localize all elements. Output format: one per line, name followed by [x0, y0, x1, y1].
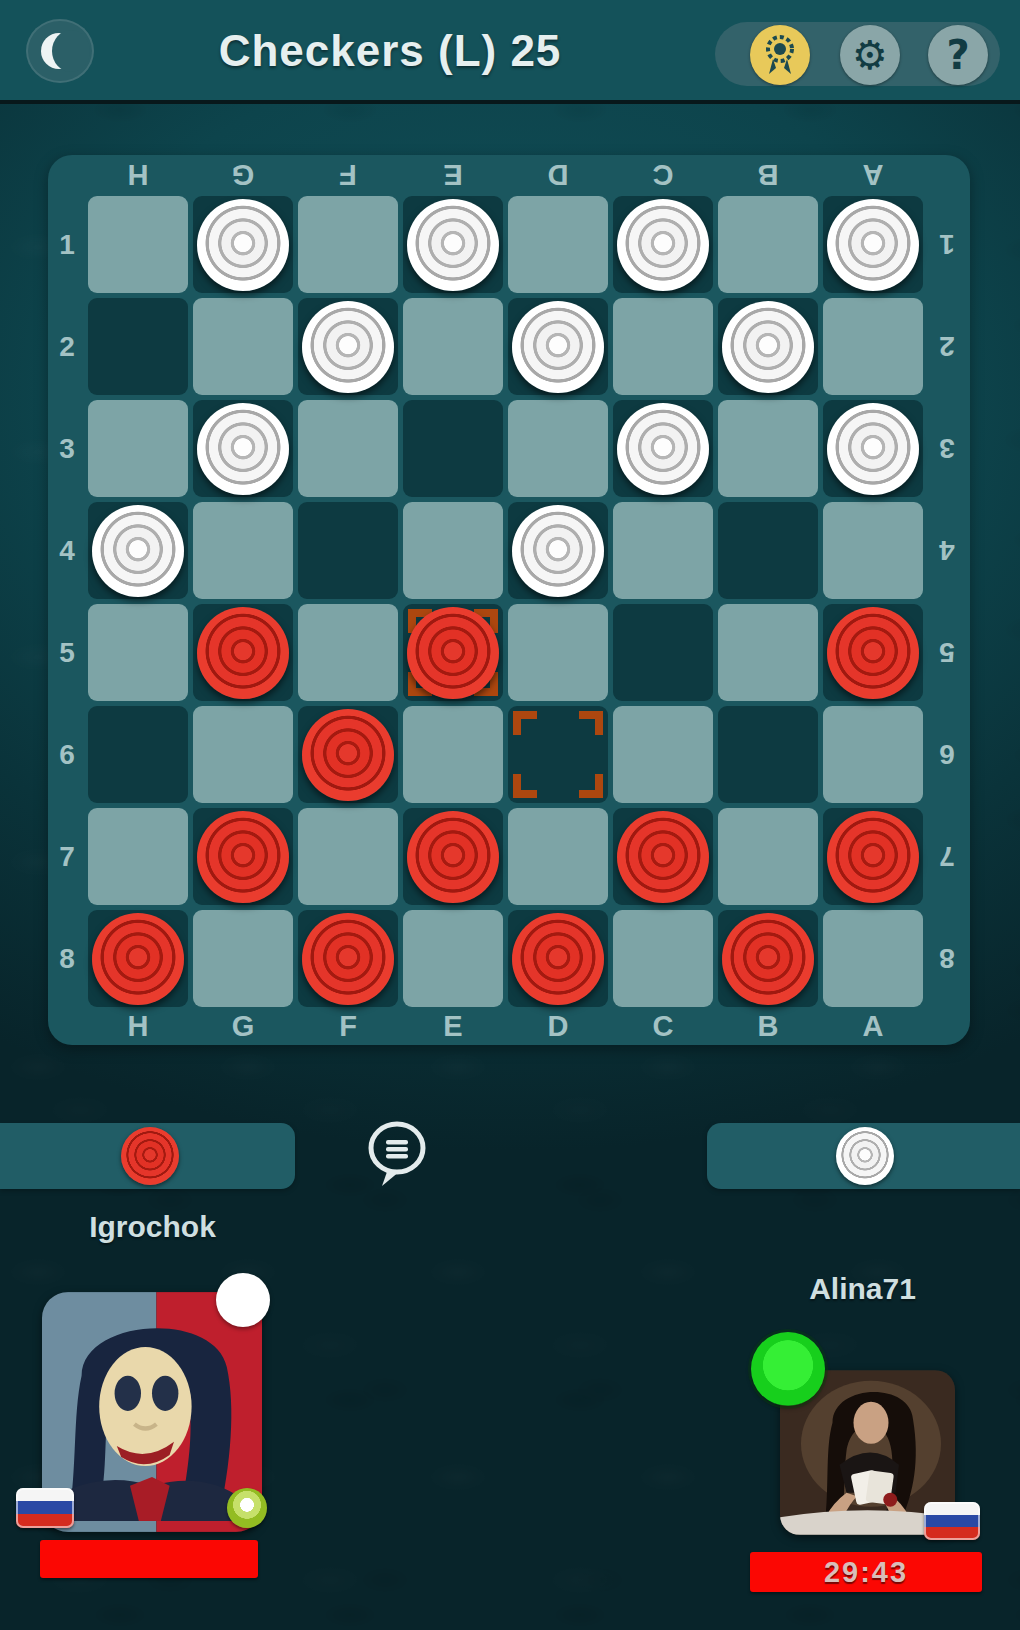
cell-F5[interactable]	[298, 604, 398, 701]
cell-G4[interactable]	[193, 502, 293, 599]
red-checker-D8[interactable]	[512, 913, 604, 1005]
label-top-A: A	[823, 157, 923, 195]
cell-C4[interactable]	[613, 502, 713, 599]
label-bottom-B: B	[718, 1009, 818, 1045]
red-checker-A5[interactable]	[827, 607, 919, 699]
label-left-4: 4	[48, 502, 86, 599]
cell-B6[interactable]	[718, 706, 818, 803]
label-left-7: 7	[48, 808, 86, 905]
achievements-button[interactable]	[750, 25, 810, 85]
cell-B4[interactable]	[718, 502, 818, 599]
cell-A2[interactable]	[823, 298, 923, 395]
cell-F8[interactable]	[298, 910, 398, 1007]
red-checker-F6[interactable]	[302, 709, 394, 801]
cell-F7[interactable]	[298, 808, 398, 905]
cell-H5[interactable]	[88, 604, 188, 701]
white-checker-G1[interactable]	[197, 199, 289, 291]
cell-G5[interactable]	[193, 604, 293, 701]
white-checker-C1[interactable]	[617, 199, 709, 291]
cell-G8[interactable]	[193, 910, 293, 1007]
label-left-2: 2	[48, 298, 86, 395]
white-checker-F2[interactable]	[302, 301, 394, 393]
cell-B7[interactable]	[718, 808, 818, 905]
right-player-strip	[707, 1123, 1020, 1189]
checkers-app: Checkers (L) 25 ⚙ ? HGFEDCBA HGFEDCBA 12…	[0, 0, 1020, 1630]
cell-A7[interactable]	[823, 808, 923, 905]
page-title: Checkers (L) 25	[150, 26, 630, 76]
cell-D6[interactable]	[508, 706, 608, 803]
white-checker-D2[interactable]	[512, 301, 604, 393]
red-checker-E5[interactable]	[407, 607, 499, 699]
label-right-8: 8	[928, 910, 966, 1007]
cell-C5[interactable]	[613, 604, 713, 701]
red-checker-A7[interactable]	[827, 811, 919, 903]
settings-button[interactable]: ⚙	[840, 25, 900, 85]
cell-H8[interactable]	[88, 910, 188, 1007]
white-checker-H4[interactable]	[92, 505, 184, 597]
label-bottom-F: F	[298, 1009, 398, 1045]
label-left-1: 1	[48, 196, 86, 293]
chat-button[interactable]	[360, 1116, 434, 1192]
cell-H6[interactable]	[88, 706, 188, 803]
question-mark-icon: ?	[946, 35, 969, 75]
cell-B2[interactable]	[718, 298, 818, 395]
cell-A5[interactable]	[823, 604, 923, 701]
white-checker-D4[interactable]	[512, 505, 604, 597]
cell-E6[interactable]	[403, 706, 503, 803]
label-top-D: D	[508, 157, 608, 195]
right-player-timer-bar: 29:43	[750, 1552, 982, 1592]
red-checker-H8[interactable]	[92, 913, 184, 1005]
label-top-G: G	[193, 157, 293, 195]
label-right-6: 6	[928, 706, 966, 803]
label-top-F: F	[298, 157, 398, 195]
cell-H7[interactable]	[88, 808, 188, 905]
top-bar: Checkers (L) 25 ⚙ ?	[0, 0, 1020, 100]
red-checker-B8[interactable]	[722, 913, 814, 1005]
cell-B3[interactable]	[718, 400, 818, 497]
cell-D7[interactable]	[508, 808, 608, 905]
label-left-3: 3	[48, 400, 86, 497]
cell-C8[interactable]	[613, 910, 713, 1007]
cell-F6[interactable]	[298, 706, 398, 803]
red-checker-C7[interactable]	[617, 811, 709, 903]
cell-A6[interactable]	[823, 706, 923, 803]
cell-A4[interactable]	[823, 502, 923, 599]
top-bar-separator	[0, 100, 1020, 104]
cell-D1[interactable]	[508, 196, 608, 293]
white-checker-A1[interactable]	[827, 199, 919, 291]
cell-D4[interactable]	[508, 502, 608, 599]
cell-G2[interactable]	[193, 298, 293, 395]
red-checker-F8[interactable]	[302, 913, 394, 1005]
award-rosette-icon	[761, 34, 799, 76]
label-bottom-D: D	[508, 1009, 608, 1045]
label-left-6: 6	[48, 706, 86, 803]
label-right-7: 7	[928, 808, 966, 905]
cell-E3[interactable]	[403, 400, 503, 497]
label-top-H: H	[88, 157, 188, 195]
right-player-timer: 29:43	[824, 1556, 908, 1588]
cell-C1[interactable]	[613, 196, 713, 293]
label-right-2: 2	[928, 298, 966, 395]
cell-H3[interactable]	[88, 400, 188, 497]
right-player-name: Alina71	[750, 1272, 975, 1306]
white-checker-C3[interactable]	[617, 403, 709, 495]
cell-F4[interactable]	[298, 502, 398, 599]
label-left-8: 8	[48, 910, 86, 1007]
cell-A8[interactable]	[823, 910, 923, 1007]
right-player-turn-indicator	[751, 1332, 825, 1406]
label-top-C: C	[613, 157, 713, 195]
label-bottom-C: C	[613, 1009, 713, 1045]
white-checker-A3[interactable]	[827, 403, 919, 495]
label-right-5: 5	[928, 604, 966, 701]
back-icon	[41, 33, 77, 69]
gear-icon: ⚙	[852, 35, 888, 75]
cell-D2[interactable]	[508, 298, 608, 395]
cell-E8[interactable]	[403, 910, 503, 1007]
cell-E2[interactable]	[403, 298, 503, 395]
white-checker-B2[interactable]	[722, 301, 814, 393]
cell-C7[interactable]	[613, 808, 713, 905]
cell-H1[interactable]	[88, 196, 188, 293]
red-checker-G5[interactable]	[197, 607, 289, 699]
cell-F1[interactable]	[298, 196, 398, 293]
cell-B1[interactable]	[718, 196, 818, 293]
back-button[interactable]	[26, 19, 94, 83]
label-bottom-E: E	[403, 1009, 503, 1045]
cell-C3[interactable]	[613, 400, 713, 497]
label-top-E: E	[403, 157, 503, 195]
left-player-status-badge	[227, 1488, 267, 1528]
cell-E5[interactable]	[403, 604, 503, 701]
red-checker-E7[interactable]	[407, 811, 499, 903]
left-player-name: Igrochok	[35, 1210, 270, 1244]
label-left-5: 5	[48, 604, 86, 701]
cell-D3[interactable]	[508, 400, 608, 497]
red-checker-G7[interactable]	[197, 811, 289, 903]
label-right-4: 4	[928, 502, 966, 599]
cell-G7[interactable]	[193, 808, 293, 905]
help-button[interactable]: ?	[928, 25, 988, 85]
label-right-1: 1	[928, 196, 966, 293]
cell-A1[interactable]	[823, 196, 923, 293]
right-player-piece-icon	[836, 1127, 894, 1185]
left-player-strip	[0, 1123, 295, 1189]
cell-G6[interactable]	[193, 706, 293, 803]
label-bottom-G: G	[193, 1009, 293, 1045]
label-right-3: 3	[928, 400, 966, 497]
move-highlight-brackets	[513, 711, 603, 798]
cell-E7[interactable]	[403, 808, 503, 905]
white-checker-G3[interactable]	[197, 403, 289, 495]
cell-B5[interactable]	[718, 604, 818, 701]
cell-H4[interactable]	[88, 502, 188, 599]
left-player-flag-russia	[16, 1488, 74, 1528]
cell-E1[interactable]	[403, 196, 503, 293]
right-player-flag-russia	[924, 1502, 980, 1540]
cell-B8[interactable]	[718, 910, 818, 1007]
cell-D8[interactable]	[508, 910, 608, 1007]
left-player-time-bar	[40, 1540, 258, 1578]
checkers-board: HGFEDCBA HGFEDCBA 12345678 12345678	[48, 155, 970, 1045]
board-grid	[88, 196, 923, 1007]
speech-bubble-icon	[360, 1116, 434, 1192]
left-player-white-dot-badge	[216, 1273, 270, 1327]
cell-C2[interactable]	[613, 298, 713, 395]
cell-F2[interactable]	[298, 298, 398, 395]
cell-G3[interactable]	[193, 400, 293, 497]
cell-C6[interactable]	[613, 706, 713, 803]
cell-E4[interactable]	[403, 502, 503, 599]
label-top-B: B	[718, 157, 818, 195]
cell-A3[interactable]	[823, 400, 923, 497]
cell-G1[interactable]	[193, 196, 293, 293]
cell-H2[interactable]	[88, 298, 188, 395]
cell-D5[interactable]	[508, 604, 608, 701]
label-bottom-A: A	[823, 1009, 923, 1045]
cell-F3[interactable]	[298, 400, 398, 497]
label-bottom-H: H	[88, 1009, 188, 1045]
white-checker-E1[interactable]	[407, 199, 499, 291]
left-player-piece-icon	[121, 1127, 179, 1185]
left-player-avatar[interactable]	[42, 1292, 262, 1532]
